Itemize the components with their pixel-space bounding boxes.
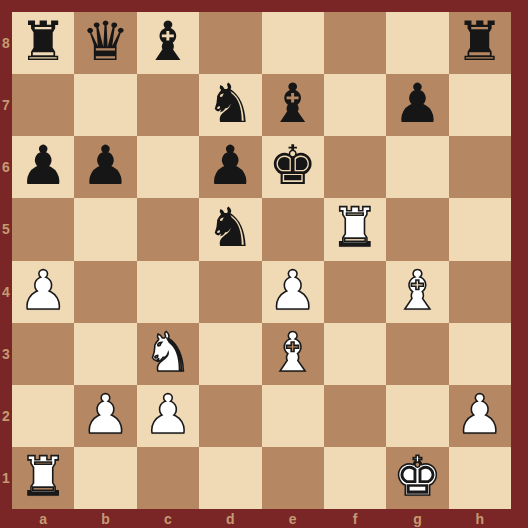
file-labels: abcdefgh bbox=[12, 509, 511, 528]
file-label-d: d bbox=[199, 509, 261, 528]
square-a2[interactable] bbox=[12, 385, 74, 447]
square-g1[interactable]: ♚ bbox=[386, 447, 448, 509]
piece-black-rook[interactable]: ♜ bbox=[456, 15, 504, 69]
piece-white-bishop[interactable]: ♝ bbox=[393, 264, 441, 318]
square-b5[interactable] bbox=[74, 198, 136, 260]
square-f1[interactable] bbox=[324, 447, 386, 509]
square-h3[interactable] bbox=[449, 323, 511, 385]
square-f3[interactable] bbox=[324, 323, 386, 385]
piece-white-pawn[interactable]: ♟ bbox=[456, 388, 504, 442]
square-e4[interactable]: ♟ bbox=[262, 261, 324, 323]
piece-black-pawn[interactable]: ♟ bbox=[19, 139, 67, 193]
square-f4[interactable] bbox=[324, 261, 386, 323]
square-e5[interactable] bbox=[262, 198, 324, 260]
file-label-h: h bbox=[449, 509, 511, 528]
square-h8[interactable]: ♜ bbox=[449, 12, 511, 74]
square-f6[interactable] bbox=[324, 136, 386, 198]
square-e1[interactable] bbox=[262, 447, 324, 509]
piece-black-rook[interactable]: ♜ bbox=[19, 15, 67, 69]
piece-white-rook[interactable]: ♜ bbox=[19, 450, 67, 504]
square-b6[interactable]: ♟ bbox=[74, 136, 136, 198]
square-h1[interactable] bbox=[449, 447, 511, 509]
piece-black-queen[interactable]: ♛ bbox=[81, 15, 129, 69]
rank-label-7: 7 bbox=[0, 74, 12, 136]
square-g2[interactable] bbox=[386, 385, 448, 447]
file-label-b: b bbox=[74, 509, 136, 528]
square-c2[interactable]: ♟ bbox=[137, 385, 199, 447]
piece-black-pawn[interactable]: ♟ bbox=[393, 77, 441, 131]
square-b4[interactable] bbox=[74, 261, 136, 323]
square-b7[interactable] bbox=[74, 74, 136, 136]
rank-label-6: 6 bbox=[0, 136, 12, 198]
square-a4[interactable]: ♟ bbox=[12, 261, 74, 323]
square-a6[interactable]: ♟ bbox=[12, 136, 74, 198]
square-d3[interactable] bbox=[199, 323, 261, 385]
piece-black-bishop[interactable]: ♝ bbox=[144, 15, 192, 69]
piece-white-pawn[interactable]: ♟ bbox=[268, 264, 316, 318]
square-g5[interactable] bbox=[386, 198, 448, 260]
file-label-a: a bbox=[12, 509, 74, 528]
square-g3[interactable] bbox=[386, 323, 448, 385]
square-a3[interactable] bbox=[12, 323, 74, 385]
board-squares: ♜♛♝♜♞♝♟♟♟♟♚♞♜♟♟♝♞♝♟♟♟♜♚ bbox=[12, 12, 511, 509]
square-f8[interactable] bbox=[324, 12, 386, 74]
piece-white-pawn[interactable]: ♟ bbox=[144, 388, 192, 442]
piece-black-pawn[interactable]: ♟ bbox=[81, 139, 129, 193]
square-e6[interactable]: ♚ bbox=[262, 136, 324, 198]
square-a1[interactable]: ♜ bbox=[12, 447, 74, 509]
rank-label-2: 2 bbox=[0, 385, 12, 447]
square-d6[interactable]: ♟ bbox=[199, 136, 261, 198]
file-label-g: g bbox=[386, 509, 448, 528]
square-a8[interactable]: ♜ bbox=[12, 12, 74, 74]
square-c1[interactable] bbox=[137, 447, 199, 509]
square-b1[interactable] bbox=[74, 447, 136, 509]
square-d8[interactable] bbox=[199, 12, 261, 74]
square-g6[interactable] bbox=[386, 136, 448, 198]
square-h2[interactable]: ♟ bbox=[449, 385, 511, 447]
piece-black-bishop[interactable]: ♝ bbox=[268, 77, 316, 131]
piece-white-knight[interactable]: ♞ bbox=[144, 326, 192, 380]
rank-label-1: 1 bbox=[0, 447, 12, 509]
square-g8[interactable] bbox=[386, 12, 448, 74]
square-c8[interactable]: ♝ bbox=[137, 12, 199, 74]
square-c6[interactable] bbox=[137, 136, 199, 198]
square-h7[interactable] bbox=[449, 74, 511, 136]
file-label-f: f bbox=[324, 509, 386, 528]
piece-white-king[interactable]: ♚ bbox=[393, 450, 441, 504]
piece-black-pawn[interactable]: ♟ bbox=[206, 139, 254, 193]
square-g7[interactable]: ♟ bbox=[386, 74, 448, 136]
rank-labels: 87654321 bbox=[0, 12, 12, 509]
square-e8[interactable] bbox=[262, 12, 324, 74]
square-h5[interactable] bbox=[449, 198, 511, 260]
square-g4[interactable]: ♝ bbox=[386, 261, 448, 323]
piece-black-knight[interactable]: ♞ bbox=[206, 201, 254, 255]
square-c4[interactable] bbox=[137, 261, 199, 323]
square-b8[interactable]: ♛ bbox=[74, 12, 136, 74]
square-h6[interactable] bbox=[449, 136, 511, 198]
rank-label-3: 3 bbox=[0, 323, 12, 385]
square-d7[interactable]: ♞ bbox=[199, 74, 261, 136]
square-c7[interactable] bbox=[137, 74, 199, 136]
square-a5[interactable] bbox=[12, 198, 74, 260]
piece-black-king[interactable]: ♚ bbox=[268, 139, 316, 193]
rank-label-4: 4 bbox=[0, 261, 12, 323]
square-d5[interactable]: ♞ bbox=[199, 198, 261, 260]
square-e2[interactable] bbox=[262, 385, 324, 447]
square-f5[interactable]: ♜ bbox=[324, 198, 386, 260]
square-d4[interactable] bbox=[199, 261, 261, 323]
rank-label-5: 5 bbox=[0, 198, 12, 260]
piece-black-knight[interactable]: ♞ bbox=[206, 77, 254, 131]
square-f2[interactable] bbox=[324, 385, 386, 447]
square-d2[interactable] bbox=[199, 385, 261, 447]
piece-white-pawn[interactable]: ♟ bbox=[19, 264, 67, 318]
square-b2[interactable]: ♟ bbox=[74, 385, 136, 447]
square-b3[interactable] bbox=[74, 323, 136, 385]
file-label-c: c bbox=[137, 509, 199, 528]
square-e3[interactable]: ♝ bbox=[262, 323, 324, 385]
chessboard: ♜♛♝♜♞♝♟♟♟♟♚♞♜♟♟♝♞♝♟♟♟♜♚ 87654321 abcdefg… bbox=[0, 0, 528, 528]
square-d1[interactable] bbox=[199, 447, 261, 509]
piece-white-pawn[interactable]: ♟ bbox=[81, 388, 129, 442]
rank-label-8: 8 bbox=[0, 12, 12, 74]
square-a7[interactable] bbox=[12, 74, 74, 136]
square-c5[interactable] bbox=[137, 198, 199, 260]
square-e7[interactable]: ♝ bbox=[262, 74, 324, 136]
piece-white-bishop[interactable]: ♝ bbox=[268, 326, 316, 380]
square-h4[interactable] bbox=[449, 261, 511, 323]
square-c3[interactable]: ♞ bbox=[137, 323, 199, 385]
file-label-e: e bbox=[262, 509, 324, 528]
square-f7[interactable] bbox=[324, 74, 386, 136]
piece-white-rook[interactable]: ♜ bbox=[331, 201, 379, 255]
